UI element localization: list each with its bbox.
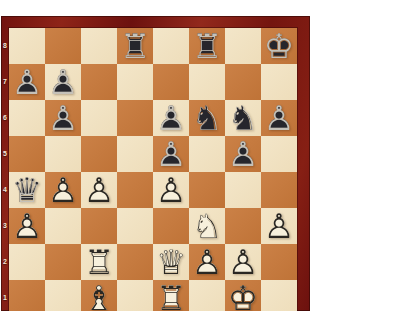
square-e3[interactable] xyxy=(153,208,189,244)
square-h3[interactable]: ♟♙ xyxy=(261,208,297,244)
square-d2[interactable] xyxy=(117,244,153,280)
square-h5[interactable] xyxy=(261,136,297,172)
white-pawn: ♟♙ xyxy=(153,172,189,208)
square-h2[interactable] xyxy=(261,244,297,280)
black-knight: ♞♘ xyxy=(225,100,261,136)
square-f4[interactable] xyxy=(189,172,225,208)
square-a7[interactable]: ♟♙ xyxy=(9,64,45,100)
square-c5[interactable] xyxy=(81,136,117,172)
square-b2[interactable] xyxy=(45,244,81,280)
square-f1[interactable] xyxy=(189,280,225,311)
square-h4[interactable] xyxy=(261,172,297,208)
square-b1[interactable] xyxy=(45,280,81,311)
rank-label-1: 1 xyxy=(1,280,9,311)
square-a8[interactable] xyxy=(9,28,45,64)
white-bishop: ♝♗ xyxy=(81,280,117,311)
square-a3[interactable]: ♟♙ xyxy=(9,208,45,244)
square-e7[interactable] xyxy=(153,64,189,100)
square-c4[interactable]: ♟♙ xyxy=(81,172,117,208)
square-d1[interactable] xyxy=(117,280,153,311)
square-f2[interactable]: ♟♙ xyxy=(189,244,225,280)
square-h6[interactable]: ♟♙ xyxy=(261,100,297,136)
black-rook: ♜♖ xyxy=(117,28,153,64)
white-pawn: ♟♙ xyxy=(225,244,261,280)
rank-label-3: 3 xyxy=(1,208,9,244)
square-a1[interactable] xyxy=(9,280,45,311)
square-f8[interactable]: ♜♖ xyxy=(189,28,225,64)
black-rook: ♜♖ xyxy=(189,28,225,64)
white-pawn: ♟♙ xyxy=(45,172,81,208)
white-pawn: ♟♙ xyxy=(9,208,45,244)
square-f7[interactable] xyxy=(189,64,225,100)
white-queen: ♛♕ xyxy=(153,244,189,280)
black-king: ♚♔ xyxy=(261,28,297,64)
square-e1[interactable]: ♜♖ xyxy=(153,280,189,311)
square-g6[interactable]: ♞♘ xyxy=(225,100,261,136)
square-c8[interactable] xyxy=(81,28,117,64)
square-c2[interactable]: ♜♖ xyxy=(81,244,117,280)
square-d8[interactable]: ♜♖ xyxy=(117,28,153,64)
rank-label-6: 6 xyxy=(1,100,9,136)
black-queen: ♛♕ xyxy=(9,172,45,208)
rank-label-5: 5 xyxy=(1,136,9,172)
square-a5[interactable] xyxy=(9,136,45,172)
white-rook: ♜♖ xyxy=(153,280,189,311)
square-d7[interactable] xyxy=(117,64,153,100)
white-rook: ♜♖ xyxy=(81,244,117,280)
white-pawn: ♟♙ xyxy=(189,244,225,280)
square-b5[interactable] xyxy=(45,136,81,172)
square-g4[interactable] xyxy=(225,172,261,208)
black-knight: ♞♘ xyxy=(189,100,225,136)
square-g7[interactable] xyxy=(225,64,261,100)
square-e6[interactable]: ♟♙ xyxy=(153,100,189,136)
chess-board: 87654321 ♜♖♜♖♚♔♟♙♟♙♟♙♟♙♞♘♞♘♟♙♟♙♟♙♛♕♟♙♟♙♟… xyxy=(1,16,310,311)
square-g5[interactable]: ♟♙ xyxy=(225,136,261,172)
black-pawn: ♟♙ xyxy=(45,100,81,136)
square-g1[interactable]: ♚♔ xyxy=(225,280,261,311)
square-b3[interactable] xyxy=(45,208,81,244)
white-pawn: ♟♙ xyxy=(261,208,297,244)
rank-label-8: 8 xyxy=(1,28,9,64)
square-c3[interactable] xyxy=(81,208,117,244)
black-pawn: ♟♙ xyxy=(153,100,189,136)
square-e4[interactable]: ♟♙ xyxy=(153,172,189,208)
square-b4[interactable]: ♟♙ xyxy=(45,172,81,208)
square-h8[interactable]: ♚♔ xyxy=(261,28,297,64)
board-grid: ♜♖♜♖♚♔♟♙♟♙♟♙♟♙♞♘♞♘♟♙♟♙♟♙♛♕♟♙♟♙♟♙♟♙♞♘♟♙♜♖… xyxy=(9,28,297,311)
rank-labels: 87654321 xyxy=(1,28,9,311)
square-e5[interactable]: ♟♙ xyxy=(153,136,189,172)
square-b8[interactable] xyxy=(45,28,81,64)
rank-label-2: 2 xyxy=(1,244,9,280)
square-f3[interactable]: ♞♘ xyxy=(189,208,225,244)
square-d5[interactable] xyxy=(117,136,153,172)
rank-label-7: 7 xyxy=(1,64,9,100)
rank-label-4: 4 xyxy=(1,172,9,208)
white-pawn: ♟♙ xyxy=(81,172,117,208)
square-d3[interactable] xyxy=(117,208,153,244)
square-g3[interactable] xyxy=(225,208,261,244)
square-d4[interactable] xyxy=(117,172,153,208)
square-c1[interactable]: ♝♗ xyxy=(81,280,117,311)
square-c6[interactable] xyxy=(81,100,117,136)
square-b7[interactable]: ♟♙ xyxy=(45,64,81,100)
square-g8[interactable] xyxy=(225,28,261,64)
square-a2[interactable] xyxy=(9,244,45,280)
square-e8[interactable] xyxy=(153,28,189,64)
black-pawn: ♟♙ xyxy=(9,64,45,100)
black-pawn: ♟♙ xyxy=(261,100,297,136)
white-king: ♚♔ xyxy=(225,280,261,311)
white-knight: ♞♘ xyxy=(189,208,225,244)
square-h1[interactable] xyxy=(261,280,297,311)
square-h7[interactable] xyxy=(261,64,297,100)
square-f6[interactable]: ♞♘ xyxy=(189,100,225,136)
black-pawn: ♟♙ xyxy=(225,136,261,172)
square-a4[interactable]: ♛♕ xyxy=(9,172,45,208)
square-a6[interactable] xyxy=(9,100,45,136)
square-g2[interactable]: ♟♙ xyxy=(225,244,261,280)
square-d6[interactable] xyxy=(117,100,153,136)
square-c7[interactable] xyxy=(81,64,117,100)
square-f5[interactable] xyxy=(189,136,225,172)
black-pawn: ♟♙ xyxy=(45,64,81,100)
black-pawn: ♟♙ xyxy=(153,136,189,172)
square-e2[interactable]: ♛♕ xyxy=(153,244,189,280)
square-b6[interactable]: ♟♙ xyxy=(45,100,81,136)
